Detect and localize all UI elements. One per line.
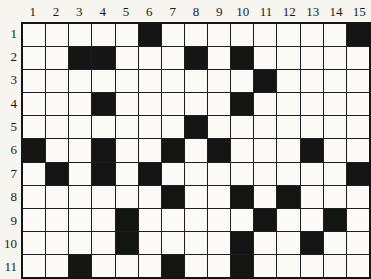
- cell-r8-c4-white[interactable]: [92, 186, 114, 208]
- cell-r4-c8-white[interactable]: [185, 93, 207, 115]
- cell-r1-c6-black: [139, 24, 161, 46]
- cell-r11-c13-white[interactable]: [301, 255, 323, 277]
- cell-r3-c5-white[interactable]: [116, 70, 138, 92]
- row-label-2: 2: [0, 45, 21, 68]
- col-label-10: 10: [231, 0, 254, 22]
- col-label-1: 1: [21, 0, 44, 22]
- cell-r7-c10-white[interactable]: [231, 163, 253, 185]
- cell-r10-c13-black: [301, 232, 323, 254]
- cell-r1-c7-white[interactable]: [162, 24, 184, 46]
- cell-r3-c9-white[interactable]: [208, 70, 230, 92]
- cell-r11-c12-white[interactable]: [277, 255, 299, 277]
- cell-r9-c15-white[interactable]: [347, 209, 369, 231]
- cell-r6-c7-black: [162, 139, 184, 161]
- col-label-5: 5: [114, 0, 137, 22]
- cell-r1-c8-white[interactable]: [185, 24, 207, 46]
- cell-r8-c12-black: [277, 186, 299, 208]
- cell-r7-c3-white[interactable]: [69, 163, 91, 185]
- col-label-2: 2: [44, 0, 67, 22]
- cell-r5-c2-white[interactable]: [46, 116, 68, 138]
- cell-r1-c11-white[interactable]: [254, 24, 276, 46]
- cell-r3-c14-white[interactable]: [324, 70, 346, 92]
- cell-r9-c13-white[interactable]: [301, 209, 323, 231]
- col-label-12: 12: [278, 0, 301, 22]
- cell-r2-c9-white[interactable]: [208, 47, 230, 69]
- cell-r2-c4-black: [92, 47, 114, 69]
- cell-r11-c11-white[interactable]: [254, 255, 276, 277]
- cell-r7-c2-black: [46, 163, 68, 185]
- cell-r2-c3-black: [69, 47, 91, 69]
- cell-r1-c9-white[interactable]: [208, 24, 230, 46]
- cell-r7-c8-white[interactable]: [185, 163, 207, 185]
- cell-r7-c14-white[interactable]: [324, 163, 346, 185]
- cell-r9-c12-white[interactable]: [277, 209, 299, 231]
- col-label-6: 6: [138, 0, 161, 22]
- col-label-3: 3: [68, 0, 91, 22]
- cell-r7-c11-white[interactable]: [254, 163, 276, 185]
- cell-r6-c10-white[interactable]: [231, 139, 253, 161]
- cell-r11-c5-white[interactable]: [116, 255, 138, 277]
- cell-r9-c9-white[interactable]: [208, 209, 230, 231]
- row-label-6: 6: [0, 139, 21, 162]
- cell-r3-c6-white[interactable]: [139, 70, 161, 92]
- cell-r8-c7-black: [162, 186, 184, 208]
- cell-r9-c2-white[interactable]: [46, 209, 68, 231]
- cell-r8-c6-white[interactable]: [139, 186, 161, 208]
- cell-r5-c3-white[interactable]: [69, 116, 91, 138]
- cell-r11-c7-black: [162, 255, 184, 277]
- cell-r7-c5-white[interactable]: [116, 163, 138, 185]
- cell-r9-c1-white[interactable]: [23, 209, 45, 231]
- cell-r10-c9-white[interactable]: [208, 232, 230, 254]
- cell-r7-c4-black: [92, 163, 114, 185]
- cell-r6-c9-black: [208, 139, 230, 161]
- cell-r10-c2-white[interactable]: [46, 232, 68, 254]
- cell-r8-c13-white[interactable]: [301, 186, 323, 208]
- cell-r2-c6-white[interactable]: [139, 47, 161, 69]
- cell-r6-c8-white[interactable]: [185, 139, 207, 161]
- cell-r10-c6-white[interactable]: [139, 232, 161, 254]
- cell-r10-c14-white[interactable]: [324, 232, 346, 254]
- cell-r2-c14-white[interactable]: [324, 47, 346, 69]
- cell-r1-c1-white[interactable]: [23, 24, 45, 46]
- cell-r10-c4-white[interactable]: [92, 232, 114, 254]
- col-label-4: 4: [91, 0, 114, 22]
- cell-r4-c12-white[interactable]: [277, 93, 299, 115]
- cell-r2-c5-white[interactable]: [116, 47, 138, 69]
- cell-r11-c6-white[interactable]: [139, 255, 161, 277]
- cell-r4-c2-white[interactable]: [46, 93, 68, 115]
- cell-r9-c3-white[interactable]: [69, 209, 91, 231]
- cell-r8-c3-white[interactable]: [69, 186, 91, 208]
- row-label-9: 9: [0, 209, 21, 232]
- cell-r6-c11-white[interactable]: [254, 139, 276, 161]
- col-label-14: 14: [324, 0, 347, 22]
- cell-r1-c12-white[interactable]: [277, 24, 299, 46]
- cell-r10-c3-white[interactable]: [69, 232, 91, 254]
- cell-r3-c10-white[interactable]: [231, 70, 253, 92]
- cell-r1-c10-white[interactable]: [231, 24, 253, 46]
- cell-r3-c13-white[interactable]: [301, 70, 323, 92]
- cell-r8-c1-white[interactable]: [23, 186, 45, 208]
- cell-r6-c2-white[interactable]: [46, 139, 68, 161]
- cell-r6-c5-white[interactable]: [116, 139, 138, 161]
- cell-r8-c5-white[interactable]: [116, 186, 138, 208]
- cell-r9-c4-white[interactable]: [92, 209, 114, 231]
- cell-r9-c14-black: [324, 209, 346, 231]
- cell-r10-c10-black: [231, 232, 253, 254]
- puzzle-diagram: 123456789101112131415 1234567891011: [0, 0, 371, 279]
- cell-r3-c12-white[interactable]: [277, 70, 299, 92]
- cell-r1-c13-white[interactable]: [301, 24, 323, 46]
- cell-r10-c15-white[interactable]: [347, 232, 369, 254]
- cell-r5-c10-white[interactable]: [231, 116, 253, 138]
- row-label-11: 11: [0, 256, 21, 279]
- cell-r7-c6-black: [139, 163, 161, 185]
- cell-r11-c8-white[interactable]: [185, 255, 207, 277]
- cell-r9-c7-white[interactable]: [162, 209, 184, 231]
- cell-r4-c11-white[interactable]: [254, 93, 276, 115]
- cell-r6-c6-white[interactable]: [139, 139, 161, 161]
- board: [21, 22, 371, 279]
- cell-r2-c7-white[interactable]: [162, 47, 184, 69]
- cell-r6-c14-white[interactable]: [324, 139, 346, 161]
- cell-r6-c3-white[interactable]: [69, 139, 91, 161]
- cell-r2-c1-white[interactable]: [23, 47, 45, 69]
- cell-r6-c4-black: [92, 139, 114, 161]
- cell-r1-c14-white[interactable]: [324, 24, 346, 46]
- cell-r3-c7-white[interactable]: [162, 70, 184, 92]
- cell-r7-c15-black: [347, 163, 369, 185]
- cell-r2-c11-white[interactable]: [254, 47, 276, 69]
- cell-r5-c7-white[interactable]: [162, 116, 184, 138]
- cell-r5-c4-white[interactable]: [92, 116, 114, 138]
- cell-r2-c15-white[interactable]: [347, 47, 369, 69]
- cell-r10-c1-white[interactable]: [23, 232, 45, 254]
- cell-r1-c2-white[interactable]: [46, 24, 68, 46]
- cell-r7-c12-white[interactable]: [277, 163, 299, 185]
- cell-r9-c10-white[interactable]: [231, 209, 253, 231]
- cell-r4-c1-white[interactable]: [23, 93, 45, 115]
- cell-r9-c11-black: [254, 209, 276, 231]
- cell-r1-c3-white[interactable]: [69, 24, 91, 46]
- cell-r3-c8-white[interactable]: [185, 70, 207, 92]
- cell-r11-c2-white[interactable]: [46, 255, 68, 277]
- cell-r8-c11-white[interactable]: [254, 186, 276, 208]
- row-labels: 1234567891011: [0, 22, 21, 279]
- cell-r8-c10-black: [231, 186, 253, 208]
- cell-r8-c14-white[interactable]: [324, 186, 346, 208]
- row-label-10: 10: [0, 232, 21, 255]
- cell-r4-c15-white[interactable]: [347, 93, 369, 115]
- cell-r4-c4-black: [92, 93, 114, 115]
- cell-r2-c2-white[interactable]: [46, 47, 68, 69]
- cell-r8-c9-white[interactable]: [208, 186, 230, 208]
- cell-r3-c15-white[interactable]: [347, 70, 369, 92]
- cell-r1-c4-white[interactable]: [92, 24, 114, 46]
- row-label-4: 4: [0, 92, 21, 115]
- cell-r4-c10-black: [231, 93, 253, 115]
- row-label-1: 1: [0, 22, 21, 45]
- cell-r7-c1-white[interactable]: [23, 163, 45, 185]
- cell-r4-c13-white[interactable]: [301, 93, 323, 115]
- cell-r5-c15-white[interactable]: [347, 116, 369, 138]
- cell-r2-c8-black: [185, 47, 207, 69]
- col-label-8: 8: [184, 0, 207, 22]
- cell-r4-c3-white[interactable]: [69, 93, 91, 115]
- col-label-9: 9: [208, 0, 231, 22]
- cell-r3-c1-white[interactable]: [23, 70, 45, 92]
- cell-r2-c13-white[interactable]: [301, 47, 323, 69]
- row-label-3: 3: [0, 69, 21, 92]
- cell-r9-c5-black: [116, 209, 138, 231]
- cell-r6-c13-black: [301, 139, 323, 161]
- cell-r2-c12-white[interactable]: [277, 47, 299, 69]
- cell-r9-c6-white[interactable]: [139, 209, 161, 231]
- cell-r7-c13-white[interactable]: [301, 163, 323, 185]
- cell-r8-c15-white[interactable]: [347, 186, 369, 208]
- cell-r5-c13-white[interactable]: [301, 116, 323, 138]
- cell-r5-c14-white[interactable]: [324, 116, 346, 138]
- cell-r10-c5-black: [116, 232, 138, 254]
- col-label-7: 7: [161, 0, 184, 22]
- cell-r5-c5-white[interactable]: [116, 116, 138, 138]
- cell-r5-c9-white[interactable]: [208, 116, 230, 138]
- col-label-13: 13: [301, 0, 324, 22]
- cell-r5-c12-white[interactable]: [277, 116, 299, 138]
- cell-r5-c6-white[interactable]: [139, 116, 161, 138]
- cell-r5-c8-black: [185, 116, 207, 138]
- cell-r11-c10-black: [231, 255, 253, 277]
- cell-r3-c3-white[interactable]: [69, 70, 91, 92]
- cell-r1-c15-black: [347, 24, 369, 46]
- cell-r9-c8-white[interactable]: [185, 209, 207, 231]
- cell-r6-c1-black: [23, 139, 45, 161]
- cell-r3-c2-white[interactable]: [46, 70, 68, 92]
- column-labels: 123456789101112131415: [21, 0, 371, 22]
- cell-r4-c6-white[interactable]: [139, 93, 161, 115]
- cell-r10-c11-white[interactable]: [254, 232, 276, 254]
- cell-r11-c14-white[interactable]: [324, 255, 346, 277]
- cell-r3-c4-white[interactable]: [92, 70, 114, 92]
- row-label-7: 7: [0, 162, 21, 185]
- cell-r3-c11-black: [254, 70, 276, 92]
- cell-r7-c9-white[interactable]: [208, 163, 230, 185]
- cell-r2-c10-black: [231, 47, 253, 69]
- cell-r11-c4-white[interactable]: [92, 255, 114, 277]
- cell-r10-c7-white[interactable]: [162, 232, 184, 254]
- cell-r11-c9-white[interactable]: [208, 255, 230, 277]
- cell-r5-c1-white[interactable]: [23, 116, 45, 138]
- cell-r4-c7-white[interactable]: [162, 93, 184, 115]
- cell-r11-c1-white[interactable]: [23, 255, 45, 277]
- cell-r10-c12-white[interactable]: [277, 232, 299, 254]
- row-label-5: 5: [0, 115, 21, 138]
- cell-r4-c5-white[interactable]: [116, 93, 138, 115]
- cell-r1-c5-white[interactable]: [116, 24, 138, 46]
- cell-r7-c7-white[interactable]: [162, 163, 184, 185]
- cell-r11-c15-white[interactable]: [347, 255, 369, 277]
- cell-r6-c15-white[interactable]: [347, 139, 369, 161]
- col-label-15: 15: [348, 0, 371, 22]
- cell-r4-c9-white[interactable]: [208, 93, 230, 115]
- cell-r11-c3-black: [69, 255, 91, 277]
- cell-r8-c2-white[interactable]: [46, 186, 68, 208]
- row-label-8: 8: [0, 186, 21, 209]
- cell-r5-c11-white[interactable]: [254, 116, 276, 138]
- cell-r4-c14-white[interactable]: [324, 93, 346, 115]
- cell-r8-c8-white[interactable]: [185, 186, 207, 208]
- cell-r10-c8-white[interactable]: [185, 232, 207, 254]
- col-label-11: 11: [254, 0, 277, 22]
- cell-r6-c12-white[interactable]: [277, 139, 299, 161]
